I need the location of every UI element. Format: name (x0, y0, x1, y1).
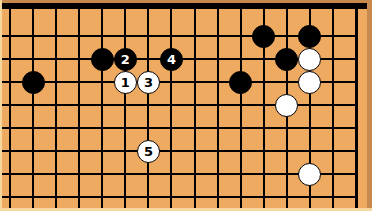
black-stone (252, 25, 275, 48)
black-stone-move-4: 4 (160, 48, 183, 71)
go-board-diagram: 24135 (0, 0, 372, 211)
white-stone (275, 94, 298, 117)
white-stone (298, 71, 321, 94)
white-stone-move-5: 5 (137, 140, 160, 163)
horizontal-grid-line (2, 127, 357, 129)
board-top-edge-line (2, 3, 367, 9)
horizontal-grid-line (2, 104, 357, 106)
black-stone (22, 71, 45, 94)
white-stone (298, 48, 321, 71)
white-stone (298, 163, 321, 186)
black-stone-move-2: 2 (114, 48, 137, 71)
black-stone (275, 48, 298, 71)
black-stone (298, 25, 321, 48)
frame-border-right (367, 0, 372, 211)
black-stone (91, 48, 114, 71)
frame-border-top (0, 0, 372, 3)
frame-border-left (0, 0, 2, 211)
horizontal-grid-line (2, 196, 357, 198)
white-stone-move-1: 1 (114, 71, 137, 94)
white-stone-move-3: 3 (137, 71, 160, 94)
black-stone (229, 71, 252, 94)
frame-border-bottom (0, 208, 372, 211)
horizontal-grid-line (2, 150, 357, 152)
